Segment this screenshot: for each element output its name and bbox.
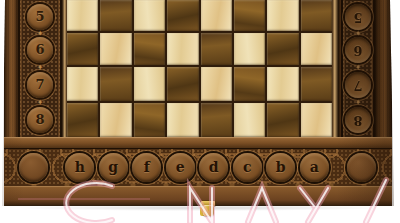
square-f8 [134, 103, 165, 137]
rank-label-6: 6 [27, 37, 53, 63]
box-front-face: hgfedcba [4, 137, 392, 206]
square-a8 [301, 103, 332, 137]
product-photo: 5✦6✦7✦8 5✦6✦7✦8 hgfedcba [0, 0, 400, 223]
square-a6 [301, 33, 332, 65]
brass-latch-icon [196, 201, 220, 220]
carved-star-icon: ✦ [355, 29, 362, 38]
rank-label-6: 6 [345, 37, 371, 63]
file-label-d: d [199, 153, 228, 182]
rank-label-8: 8 [345, 107, 371, 133]
square-d8 [201, 103, 232, 137]
rank-label-7: 7 [27, 72, 53, 98]
square-d7 [201, 67, 232, 101]
square-c5 [234, 0, 265, 31]
carved-star-icon: ✦ [37, 98, 44, 107]
square-c6 [234, 33, 265, 65]
board-squares [67, 0, 332, 137]
file-label-h: h [65, 153, 94, 182]
box-right-edge [375, 0, 392, 137]
carved-star-icon: ✦ [355, 98, 362, 107]
square-c7 [234, 67, 265, 101]
corner-circle-left [19, 153, 48, 182]
square-a7 [301, 67, 332, 101]
corner-circle-right [347, 153, 376, 182]
square-d5 [201, 0, 232, 31]
square-e8 [167, 103, 198, 137]
carved-star-icon: ✦ [37, 63, 44, 72]
square-g8 [100, 103, 131, 137]
square-a5 [301, 0, 332, 31]
square-h5 [67, 0, 98, 31]
file-label-g: g [99, 153, 128, 182]
board-frame-groove-right [332, 0, 341, 137]
square-h7 [67, 67, 98, 101]
file-label-c: c [233, 153, 262, 182]
square-b5 [267, 0, 298, 31]
square-g7 [100, 67, 131, 101]
square-g5 [100, 0, 131, 31]
file-label-f: f [132, 153, 161, 182]
square-e6 [167, 33, 198, 65]
rank-label-5: 5 [27, 4, 53, 30]
left-rank-labels: 5✦6✦7✦8 [18, 0, 62, 137]
file-label-b: b [266, 153, 295, 182]
square-h8 [67, 103, 98, 137]
front-top-band [4, 137, 392, 149]
right-rank-labels: 5✦6✦7✦8 [341, 0, 375, 137]
square-f7 [134, 67, 165, 101]
square-f6 [134, 33, 165, 65]
square-h6 [67, 33, 98, 65]
square-b7 [267, 67, 298, 101]
board-top-face: 5✦6✦7✦8 5✦6✦7✦8 [4, 0, 392, 137]
square-g6 [100, 33, 131, 65]
square-e5 [167, 0, 198, 31]
chess-box: 5✦6✦7✦8 5✦6✦7✦8 hgfedcba [0, 0, 396, 206]
box-left-edge [4, 0, 18, 137]
square-c8 [234, 103, 265, 137]
file-label-a: a [300, 153, 329, 182]
file-labels-band: hgfedcba [4, 149, 392, 186]
square-b8 [267, 103, 298, 137]
square-f5 [134, 0, 165, 31]
square-d6 [201, 33, 232, 65]
rank-label-5: 5 [345, 4, 371, 30]
square-e7 [167, 67, 198, 101]
carved-star-icon: ✦ [37, 29, 44, 38]
rank-label-8: 8 [27, 107, 53, 133]
rank-label-7: 7 [345, 72, 371, 98]
carved-star-icon: ✦ [355, 63, 362, 72]
file-label-e: e [166, 153, 195, 182]
file-labels: hgfedcba [63, 153, 331, 182]
square-b6 [267, 33, 298, 65]
